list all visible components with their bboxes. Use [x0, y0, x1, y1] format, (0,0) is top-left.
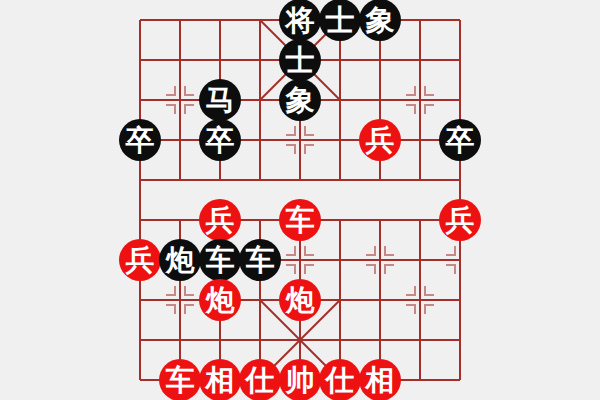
piece-black-chariot[interactable]: 车	[199, 239, 241, 281]
piece-red-soldier[interactable]: 兵	[119, 239, 161, 281]
piece-black-soldier[interactable]: 卒	[439, 119, 481, 161]
piece-black-cannon[interactable]: 炮	[159, 239, 201, 281]
piece-red-soldier[interactable]: 兵	[439, 199, 481, 241]
piece-red-elephant[interactable]: 相	[199, 359, 241, 400]
piece-red-elephant[interactable]: 相	[359, 359, 401, 400]
piece-red-cannon[interactable]: 炮	[199, 279, 241, 321]
piece-black-advisor[interactable]: 士	[279, 39, 321, 81]
piece-black-elephant[interactable]: 象	[279, 79, 321, 121]
piece-red-cannon[interactable]: 炮	[279, 279, 321, 321]
piece-black-chariot[interactable]: 车	[239, 239, 281, 281]
piece-red-advisor[interactable]: 仕	[239, 359, 281, 400]
piece-black-soldier[interactable]: 卒	[119, 119, 161, 161]
piece-black-elephant[interactable]: 象	[359, 0, 401, 41]
piece-red-chariot[interactable]: 车	[159, 359, 201, 400]
piece-red-general[interactable]: 帅	[279, 359, 321, 400]
piece-black-horse[interactable]: 马	[199, 79, 241, 121]
piece-red-soldier[interactable]: 兵	[199, 199, 241, 241]
piece-red-advisor[interactable]: 仕	[319, 359, 361, 400]
piece-layer: 将士象士马象卒卒兵卒兵车兵兵炮车车炮炮车相仕帅仕相	[120, 0, 480, 400]
xiangqi-board[interactable]: 将士象士马象卒卒兵卒兵车兵兵炮车车炮炮车相仕帅仕相	[0, 0, 600, 400]
piece-red-chariot[interactable]: 车	[279, 199, 321, 241]
piece-black-advisor[interactable]: 士	[319, 0, 361, 41]
piece-black-general[interactable]: 将	[279, 0, 321, 41]
piece-black-soldier[interactable]: 卒	[199, 119, 241, 161]
piece-red-soldier[interactable]: 兵	[359, 119, 401, 161]
